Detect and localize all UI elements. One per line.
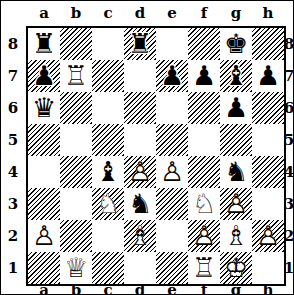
- piece-bP-g6[interactable]: ♟: [220, 92, 252, 124]
- square-c8[interactable]: [92, 28, 124, 60]
- square-h8[interactable]: [252, 28, 284, 60]
- piece-bP-a7[interactable]: ♟: [28, 60, 60, 92]
- square-g3[interactable]: ♟♙: [220, 188, 252, 220]
- piece-bP-e7[interactable]: ♟: [156, 60, 188, 92]
- square-g6[interactable]: ♟: [220, 92, 252, 124]
- file-label-top-b: b: [60, 1, 92, 25]
- file-label-top-f: f: [188, 1, 220, 25]
- square-a3[interactable]: [28, 188, 60, 220]
- square-b8[interactable]: [60, 28, 92, 60]
- square-c1[interactable]: [92, 252, 124, 284]
- square-b5[interactable]: [60, 124, 92, 156]
- piece-wP-d4[interactable]: ♟♙: [124, 156, 156, 188]
- file-label-top-h: h: [252, 1, 284, 25]
- square-c4[interactable]: ♝: [92, 156, 124, 188]
- rank-label-left-1: 1: [1, 252, 25, 284]
- square-h2[interactable]: ♟♙: [252, 220, 284, 252]
- piece-wR-b7[interactable]: ♜♖: [60, 60, 92, 92]
- piece-wP-g3[interactable]: ♟♙: [220, 188, 252, 220]
- square-e8[interactable]: [156, 28, 188, 60]
- rank-label-left-4: 4: [1, 156, 25, 188]
- square-e5[interactable]: [156, 124, 188, 156]
- square-h6[interactable]: [252, 92, 284, 124]
- square-h3[interactable]: [252, 188, 284, 220]
- square-h5[interactable]: [252, 124, 284, 156]
- square-a4[interactable]: [28, 156, 60, 188]
- square-g2[interactable]: ♝♗: [220, 220, 252, 252]
- square-e4[interactable]: ♟♙: [156, 156, 188, 188]
- white-piece-outline: ♙: [156, 156, 188, 188]
- file-label-top-g: g: [220, 1, 252, 25]
- rank-label-left-8: 8: [1, 28, 25, 60]
- piece-bK-g8[interactable]: ♚: [220, 28, 252, 60]
- rank-labels-left: 87654321: [1, 28, 25, 284]
- file-label-top-a: a: [28, 1, 60, 25]
- board: ♜♜♚♟♜♖♟♟♝♟♛♟♝♟♙♟♙♞♞♘♞♞♘♟♙♟♙♝♗♟♙♝♗♟♙♛♕♜♖♚…: [26, 26, 286, 286]
- piece-wN-c3[interactable]: ♞♘: [92, 188, 124, 220]
- square-g4[interactable]: ♞: [220, 156, 252, 188]
- piece-wB-g2[interactable]: ♝♗: [220, 220, 252, 252]
- square-e7[interactable]: ♟: [156, 60, 188, 92]
- white-piece-outline: ♕: [60, 252, 92, 284]
- piece-wQ-b1[interactable]: ♛♕: [60, 252, 92, 284]
- square-f5[interactable]: [188, 124, 220, 156]
- square-b6[interactable]: [60, 92, 92, 124]
- square-b3[interactable]: [60, 188, 92, 220]
- square-g5[interactable]: [220, 124, 252, 156]
- square-d5[interactable]: [124, 124, 156, 156]
- white-piece-outline: ♖: [60, 60, 92, 92]
- piece-bR-a8[interactable]: ♜: [28, 28, 60, 60]
- white-piece-outline: ♙: [220, 188, 252, 220]
- rank-label-left-7: 7: [1, 60, 25, 92]
- rank-label-left-6: 6: [1, 92, 25, 124]
- square-d2[interactable]: ♝♗: [124, 220, 156, 252]
- square-a2[interactable]: ♟♙: [28, 220, 60, 252]
- square-d6[interactable]: [124, 92, 156, 124]
- piece-wK-g1[interactable]: ♚♔: [220, 252, 252, 284]
- square-b4[interactable]: [60, 156, 92, 188]
- square-a6[interactable]: ♛: [28, 92, 60, 124]
- piece-wR-f1[interactable]: ♜♖: [188, 252, 220, 284]
- white-piece-outline: ♙: [124, 156, 156, 188]
- piece-wP-f2[interactable]: ♟♙: [188, 220, 220, 252]
- piece-bQ-a6[interactable]: ♛: [28, 92, 60, 124]
- square-d1[interactable]: [124, 252, 156, 284]
- white-piece-outline: ♙: [252, 220, 284, 252]
- square-g8[interactable]: ♚: [220, 28, 252, 60]
- square-f3[interactable]: ♞♘: [188, 188, 220, 220]
- square-b1[interactable]: ♛♕: [60, 252, 92, 284]
- square-c5[interactable]: [92, 124, 124, 156]
- square-e2[interactable]: [156, 220, 188, 252]
- square-f7[interactable]: ♟: [188, 60, 220, 92]
- file-label-top-c: c: [92, 1, 124, 25]
- square-c3[interactable]: ♞♘: [92, 188, 124, 220]
- square-a5[interactable]: [28, 124, 60, 156]
- square-f6[interactable]: [188, 92, 220, 124]
- white-piece-outline: ♔: [220, 252, 252, 284]
- piece-wN-f3[interactable]: ♞♘: [188, 188, 220, 220]
- piece-bP-f7[interactable]: ♟: [188, 60, 220, 92]
- square-g7[interactable]: ♝: [220, 60, 252, 92]
- square-e3[interactable]: [156, 188, 188, 220]
- piece-bB-g7[interactable]: ♝: [220, 60, 252, 92]
- piece-wB-d2[interactable]: ♝♗: [124, 220, 156, 252]
- piece-bB-c4[interactable]: ♝: [92, 156, 124, 188]
- square-a7[interactable]: ♟: [28, 60, 60, 92]
- square-h1[interactable]: [252, 252, 284, 284]
- square-c2[interactable]: [92, 220, 124, 252]
- square-a8[interactable]: ♜: [28, 28, 60, 60]
- piece-wP-h2[interactable]: ♟♙: [252, 220, 284, 252]
- piece-wP-a2[interactable]: ♟♙: [28, 220, 60, 252]
- white-piece-outline: ♖: [188, 252, 220, 284]
- white-piece-outline: ♗: [220, 220, 252, 252]
- square-e1[interactable]: [156, 252, 188, 284]
- file-labels-top: abcdefgh: [28, 1, 284, 25]
- square-b2[interactable]: [60, 220, 92, 252]
- square-d8[interactable]: ♜: [124, 28, 156, 60]
- square-d3[interactable]: ♞: [124, 188, 156, 220]
- square-d7[interactable]: [124, 60, 156, 92]
- piece-bR-d8[interactable]: ♜: [124, 28, 156, 60]
- piece-bP-h7[interactable]: ♟: [252, 60, 284, 92]
- piece-bN-d3[interactable]: ♞: [124, 188, 156, 220]
- white-piece-outline: ♙: [188, 220, 220, 252]
- chess-diagram: abcdefgh 87654321 87654321 abcdefgh ♜♜♚♟…: [0, 0, 294, 295]
- square-c7[interactable]: [92, 60, 124, 92]
- square-d4[interactable]: ♟♙: [124, 156, 156, 188]
- square-g1[interactable]: ♚♔: [220, 252, 252, 284]
- square-h4[interactable]: [252, 156, 284, 188]
- square-f2[interactable]: ♟♙: [188, 220, 220, 252]
- white-piece-outline: ♙: [28, 220, 60, 252]
- square-a1[interactable]: [28, 252, 60, 284]
- rank-label-left-2: 2: [1, 220, 25, 252]
- square-h7[interactable]: ♟: [252, 60, 284, 92]
- square-e6[interactable]: [156, 92, 188, 124]
- square-b7[interactable]: ♜♖: [60, 60, 92, 92]
- piece-bN-g4[interactable]: ♞: [220, 156, 252, 188]
- square-c6[interactable]: [92, 92, 124, 124]
- square-f4[interactable]: [188, 156, 220, 188]
- white-piece-outline: ♘: [188, 188, 220, 220]
- rank-label-left-5: 5: [1, 124, 25, 156]
- white-piece-outline: ♘: [92, 188, 124, 220]
- square-f8[interactable]: [188, 28, 220, 60]
- rank-label-left-3: 3: [1, 188, 25, 220]
- piece-wP-e4[interactable]: ♟♙: [156, 156, 188, 188]
- square-f1[interactable]: ♜♖: [188, 252, 220, 284]
- file-label-top-e: e: [156, 1, 188, 25]
- white-piece-outline: ♗: [124, 220, 156, 252]
- file-label-top-d: d: [124, 1, 156, 25]
